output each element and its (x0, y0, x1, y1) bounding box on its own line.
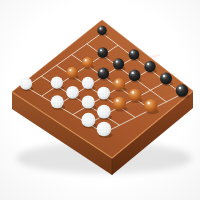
black-marble[interactable] (144, 61, 155, 72)
marble-specular-highlight (54, 98, 57, 101)
white-marble-dimples (82, 113, 95, 126)
product-photo (0, 0, 200, 200)
marble-specular-highlight (85, 59, 87, 61)
amber-marble[interactable] (66, 67, 78, 79)
marble-specular-highlight (100, 49, 102, 51)
white-marble-dimples (20, 78, 31, 89)
black-marble[interactable] (97, 68, 109, 80)
marble-specular-highlight (85, 116, 88, 119)
white-marble-dimples (67, 86, 79, 98)
marble-specular-highlight (116, 80, 118, 82)
black-marble[interactable] (129, 49, 140, 60)
marble-specular-highlight (179, 87, 182, 90)
marble-specular-highlight (69, 69, 71, 71)
white-marble-dimples (82, 96, 94, 108)
white-marble-dimples (82, 77, 93, 88)
amber-marble[interactable] (113, 78, 125, 90)
marble-specular-highlight (23, 80, 25, 82)
black-marble[interactable] (97, 47, 108, 58)
marble-specular-highlight (100, 28, 102, 30)
marble-specular-highlight (69, 88, 72, 91)
white-marble-dimples (51, 77, 62, 88)
black-marble[interactable] (113, 58, 124, 69)
black-marble[interactable] (129, 69, 141, 81)
amber-marble[interactable] (129, 89, 142, 102)
marble-specular-highlight (163, 75, 165, 77)
marble-specular-highlight (132, 91, 135, 94)
amber-marble[interactable] (144, 99, 157, 112)
board-svg (0, 0, 200, 200)
marble-specular-highlight (100, 70, 102, 72)
marble-specular-highlight (54, 79, 56, 81)
marble-specular-highlight (116, 99, 119, 102)
amber-marble[interactable] (113, 97, 126, 110)
amber-marble[interactable] (82, 57, 93, 68)
black-marble[interactable] (160, 73, 172, 85)
marble-specular-highlight (131, 51, 133, 53)
white-marble-dimples (97, 122, 110, 135)
white-marble-dimples (98, 105, 111, 118)
marble-specular-highlight (85, 79, 87, 81)
white-marble-dimples (51, 96, 63, 108)
black-marble[interactable] (97, 26, 106, 35)
black-marble[interactable] (176, 84, 189, 97)
marble-specular-highlight (85, 98, 88, 101)
marble-specular-highlight (100, 107, 103, 110)
marble-specular-highlight (100, 124, 103, 127)
white-marble-dimples (98, 87, 110, 99)
marble-specular-highlight (131, 72, 133, 74)
marble-specular-highlight (116, 60, 118, 62)
marble-specular-highlight (100, 89, 103, 92)
marble-specular-highlight (147, 102, 150, 105)
marble-specular-highlight (147, 63, 149, 65)
